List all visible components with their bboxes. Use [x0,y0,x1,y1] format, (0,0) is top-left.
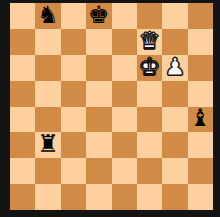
square-a7[interactable] [10,29,35,55]
square-e1[interactable] [112,184,137,210]
square-a6[interactable] [10,55,35,81]
square-g8[interactable] [162,3,187,29]
square-f1[interactable] [137,184,162,210]
square-g1[interactable] [162,184,187,210]
piece-white-queen[interactable]: ♛ [139,29,161,53]
square-h4[interactable]: ♝ [188,107,213,133]
square-a5[interactable] [10,81,35,107]
square-g4[interactable] [162,107,187,133]
square-c3[interactable] [61,132,86,158]
square-f6[interactable]: ♚ [137,55,162,81]
square-b6[interactable] [35,55,60,81]
square-d4[interactable] [86,107,111,133]
square-h3[interactable] [188,132,213,158]
piece-black-knight[interactable]: ♞ [37,3,59,27]
square-c7[interactable] [61,29,86,55]
square-d3[interactable] [86,132,111,158]
square-c1[interactable] [61,184,86,210]
square-f2[interactable] [137,158,162,184]
chess-board: ♞♚♛♚♟♝♜ [10,3,213,210]
square-e2[interactable] [112,158,137,184]
square-g2[interactable] [162,158,187,184]
square-d7[interactable] [86,29,111,55]
square-c4[interactable] [61,107,86,133]
square-b5[interactable] [35,81,60,107]
square-e5[interactable] [112,81,137,107]
square-c5[interactable] [61,81,86,107]
piece-white-pawn[interactable]: ♟ [164,55,186,79]
square-b3[interactable]: ♜ [35,132,60,158]
square-d1[interactable] [86,184,111,210]
square-e8[interactable] [112,3,137,29]
square-g7[interactable] [162,29,187,55]
square-b7[interactable] [35,29,60,55]
square-d8[interactable]: ♚ [86,3,111,29]
square-a1[interactable] [10,184,35,210]
square-b8[interactable]: ♞ [35,3,60,29]
square-h2[interactable] [188,158,213,184]
piece-black-bishop[interactable]: ♝ [190,106,212,130]
square-f8[interactable] [137,3,162,29]
square-f4[interactable] [137,107,162,133]
square-c8[interactable] [61,3,86,29]
piece-black-king[interactable]: ♚ [88,3,110,27]
square-h8[interactable] [188,3,213,29]
square-g6[interactable]: ♟ [162,55,187,81]
square-b2[interactable] [35,158,60,184]
square-f5[interactable] [137,81,162,107]
square-b1[interactable] [35,184,60,210]
square-d5[interactable] [86,81,111,107]
square-f7[interactable]: ♛ [137,29,162,55]
piece-white-king[interactable]: ♚ [139,55,161,79]
square-g3[interactable] [162,132,187,158]
square-e3[interactable] [112,132,137,158]
square-h7[interactable] [188,29,213,55]
square-c2[interactable] [61,158,86,184]
square-a2[interactable] [10,158,35,184]
piece-black-rook[interactable]: ♜ [37,132,59,156]
square-c6[interactable] [61,55,86,81]
square-h5[interactable] [188,81,213,107]
square-b4[interactable] [35,107,60,133]
square-h6[interactable] [188,55,213,81]
square-a3[interactable] [10,132,35,158]
page-background: { "game": "chess", "position": "1n1k4/5Q… [0,0,220,217]
square-h1[interactable] [188,184,213,210]
square-f3[interactable] [137,132,162,158]
square-e7[interactable] [112,29,137,55]
square-e6[interactable] [112,55,137,81]
square-e4[interactable] [112,107,137,133]
square-a8[interactable] [10,3,35,29]
square-d6[interactable] [86,55,111,81]
square-d2[interactable] [86,158,111,184]
square-g5[interactable] [162,81,187,107]
square-a4[interactable] [10,107,35,133]
